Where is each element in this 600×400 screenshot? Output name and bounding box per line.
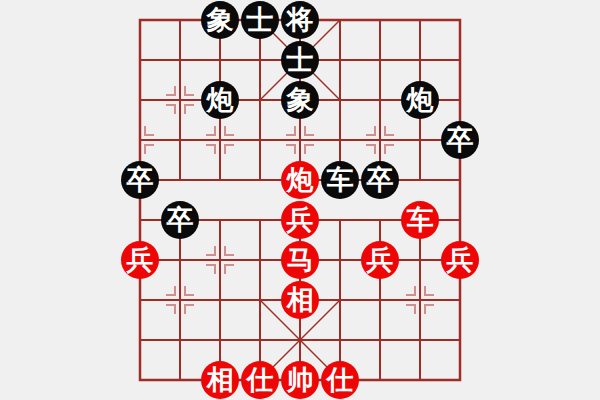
piece-red-elephant[interactable]: 相 (201, 361, 239, 399)
piece-black-elephant[interactable]: 象 (201, 1, 239, 39)
piece-red-soldier[interactable]: 兵 (361, 241, 399, 279)
piece-red-advisor[interactable]: 仕 (241, 361, 279, 399)
piece-red-advisor[interactable]: 仕 (321, 361, 359, 399)
piece-red-soldier[interactable]: 兵 (441, 241, 479, 279)
piece-red-soldier[interactable]: 兵 (121, 241, 159, 279)
piece-black-soldier[interactable]: 卒 (161, 201, 199, 239)
screenshot-background: 象士将士炮象炮卒卒炮车卒卒兵车兵马兵兵相相仕帅仕 (0, 0, 600, 400)
piece-black-cannon[interactable]: 炮 (401, 81, 439, 119)
piece-red-elephant[interactable]: 相 (281, 281, 319, 319)
piece-black-chariot[interactable]: 车 (321, 161, 359, 199)
piece-black-advisor[interactable]: 士 (241, 1, 279, 39)
piece-black-advisor[interactable]: 士 (281, 41, 319, 79)
piece-black-soldier[interactable]: 卒 (441, 121, 479, 159)
piece-black-elephant[interactable]: 象 (281, 81, 319, 119)
board-grid[interactable]: 象士将士炮象炮卒卒炮车卒卒兵车兵马兵兵相相仕帅仕 (120, 0, 480, 400)
piece-red-cannon[interactable]: 炮 (281, 161, 319, 199)
piece-red-general[interactable]: 帅 (281, 361, 319, 399)
piece-black-general[interactable]: 将 (281, 1, 319, 39)
piece-red-horse[interactable]: 马 (281, 241, 319, 279)
piece-red-chariot[interactable]: 车 (401, 201, 439, 239)
piece-black-soldier[interactable]: 卒 (121, 161, 159, 199)
piece-black-soldier[interactable]: 卒 (361, 161, 399, 199)
piece-red-soldier[interactable]: 兵 (281, 201, 319, 239)
xiangqi-board: 象士将士炮象炮卒卒炮车卒卒兵车兵马兵兵相相仕帅仕 (0, 0, 600, 400)
piece-black-cannon[interactable]: 炮 (201, 81, 239, 119)
